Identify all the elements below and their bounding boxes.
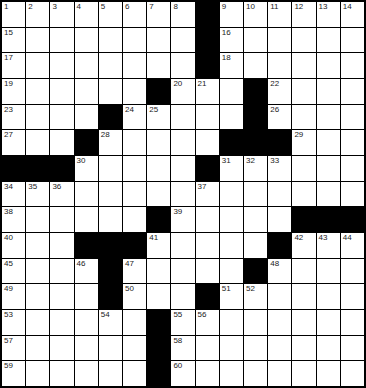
cell-r11-c9[interactable] bbox=[196, 259, 219, 284]
cell-r7-c10[interactable]: 31 bbox=[220, 156, 243, 181]
block-cell-r2-c9 bbox=[196, 28, 219, 53]
cell-r4-c9[interactable]: 21 bbox=[196, 79, 219, 104]
clue-number-35: 35 bbox=[28, 182, 37, 192]
clue-number-56: 56 bbox=[198, 310, 207, 320]
cell-r10-c13[interactable]: 42 bbox=[292, 233, 315, 258]
clue-number-51: 51 bbox=[222, 284, 231, 294]
clue-number-29: 29 bbox=[294, 130, 303, 140]
cell-r3-c15[interactable] bbox=[341, 53, 364, 78]
cell-r15-c4[interactable] bbox=[75, 361, 98, 386]
cell-r7-c8[interactable] bbox=[171, 156, 194, 181]
cell-r13-c3[interactable] bbox=[50, 310, 73, 335]
cell-r5-c4[interactable] bbox=[75, 105, 98, 130]
cell-r1-c13[interactable]: 12 bbox=[292, 2, 315, 27]
cell-r3-c4[interactable] bbox=[75, 53, 98, 78]
clue-number-45: 45 bbox=[4, 259, 13, 269]
cell-r15-c3[interactable] bbox=[50, 361, 73, 386]
block-cell-r12-c5 bbox=[99, 284, 122, 309]
cell-r14-c15[interactable] bbox=[341, 336, 364, 361]
clue-number-1: 1 bbox=[4, 2, 8, 12]
cell-r5-c1[interactable]: 23 bbox=[2, 105, 25, 130]
cell-r15-c14[interactable] bbox=[317, 361, 340, 386]
clue-number-5: 5 bbox=[101, 2, 105, 12]
cell-r9-c8[interactable]: 39 bbox=[171, 207, 194, 232]
block-cell-r9-c13 bbox=[292, 207, 315, 232]
cell-r6-c15[interactable] bbox=[341, 130, 364, 155]
cell-r3-c5[interactable] bbox=[99, 53, 122, 78]
cell-r2-c4[interactable] bbox=[75, 28, 98, 53]
cell-r9-c3[interactable] bbox=[50, 207, 73, 232]
cell-r3-c13[interactable] bbox=[292, 53, 315, 78]
cell-r3-c12[interactable] bbox=[268, 53, 291, 78]
cell-r14-c6[interactable] bbox=[123, 336, 146, 361]
block-cell-r10-c5 bbox=[99, 233, 122, 258]
block-cell-r6-c4 bbox=[75, 130, 98, 155]
cell-r5-c6[interactable]: 24 bbox=[123, 105, 146, 130]
cell-r7-c7[interactable] bbox=[147, 156, 170, 181]
cell-r13-c1[interactable]: 53 bbox=[2, 310, 25, 335]
block-cell-r14-c7 bbox=[147, 336, 170, 361]
cell-r2-c3[interactable] bbox=[50, 28, 73, 53]
cell-r8-c15[interactable] bbox=[341, 182, 364, 207]
cell-r4-c10[interactable] bbox=[220, 79, 243, 104]
cell-r11-c14[interactable] bbox=[317, 259, 340, 284]
cell-r14-c14[interactable] bbox=[317, 336, 340, 361]
cell-r13-c5[interactable]: 54 bbox=[99, 310, 122, 335]
cell-r5-c3[interactable] bbox=[50, 105, 73, 130]
block-cell-r1-c9 bbox=[196, 2, 219, 27]
cell-r8-c9[interactable]: 37 bbox=[196, 182, 219, 207]
cell-r15-c6[interactable] bbox=[123, 361, 146, 386]
clue-number-42: 42 bbox=[294, 233, 303, 243]
cell-r8-c14[interactable] bbox=[317, 182, 340, 207]
cell-r7-c4[interactable]: 30 bbox=[75, 156, 98, 181]
cell-r14-c5[interactable] bbox=[99, 336, 122, 361]
cell-r8-c6[interactable] bbox=[123, 182, 146, 207]
cell-r15-c2[interactable] bbox=[26, 361, 49, 386]
cell-r10-c7[interactable]: 41 bbox=[147, 233, 170, 258]
cell-r2-c12[interactable] bbox=[268, 28, 291, 53]
cell-r2-c10[interactable]: 16 bbox=[220, 28, 243, 53]
cell-r3-c3[interactable] bbox=[50, 53, 73, 78]
clue-number-17: 17 bbox=[4, 53, 13, 63]
cell-r13-c8[interactable]: 55 bbox=[171, 310, 194, 335]
cell-r14-c11[interactable] bbox=[244, 336, 267, 361]
clue-number-18: 18 bbox=[222, 53, 231, 63]
cell-r13-c6[interactable] bbox=[123, 310, 146, 335]
cell-r13-c12[interactable] bbox=[268, 310, 291, 335]
cell-r11-c8[interactable] bbox=[171, 259, 194, 284]
cell-r15-c11[interactable] bbox=[244, 361, 267, 386]
clue-number-53: 53 bbox=[4, 310, 13, 320]
cell-r4-c1[interactable]: 19 bbox=[2, 79, 25, 104]
block-cell-r7-c1 bbox=[2, 156, 25, 181]
clue-number-14: 14 bbox=[343, 2, 352, 12]
block-cell-r7-c2 bbox=[26, 156, 49, 181]
cell-r15-c5[interactable] bbox=[99, 361, 122, 386]
cell-r6-c7[interactable] bbox=[147, 130, 170, 155]
cell-r14-c4[interactable] bbox=[75, 336, 98, 361]
cell-r6-c14[interactable] bbox=[317, 130, 340, 155]
cell-r12-c10[interactable]: 51 bbox=[220, 284, 243, 309]
cell-r8-c1[interactable]: 34 bbox=[2, 182, 25, 207]
block-cell-r10-c12 bbox=[268, 233, 291, 258]
cell-r15-c12[interactable] bbox=[268, 361, 291, 386]
cell-r14-c10[interactable] bbox=[220, 336, 243, 361]
clue-number-60: 60 bbox=[173, 361, 182, 371]
cell-r7-c6[interactable] bbox=[123, 156, 146, 181]
cell-r8-c3[interactable]: 36 bbox=[50, 182, 73, 207]
block-cell-r4-c7 bbox=[147, 79, 170, 104]
cell-r10-c15[interactable]: 44 bbox=[341, 233, 364, 258]
clue-number-4: 4 bbox=[77, 2, 81, 12]
cell-r1-c5[interactable]: 5 bbox=[99, 2, 122, 27]
block-cell-r6-c12 bbox=[268, 130, 291, 155]
cell-r1-c1[interactable]: 1 bbox=[2, 2, 25, 27]
cell-r11-c10[interactable] bbox=[220, 259, 243, 284]
cell-r5-c13[interactable] bbox=[292, 105, 315, 130]
cell-r2-c1[interactable]: 15 bbox=[2, 28, 25, 53]
cell-r3-c8[interactable] bbox=[171, 53, 194, 78]
cell-r5-c7[interactable]: 25 bbox=[147, 105, 170, 130]
cell-r8-c7[interactable] bbox=[147, 182, 170, 207]
clue-number-41: 41 bbox=[149, 233, 158, 243]
cell-r10-c8[interactable] bbox=[171, 233, 194, 258]
cell-r15-c15[interactable] bbox=[341, 361, 364, 386]
cell-r8-c11[interactable] bbox=[244, 182, 267, 207]
cell-r15-c1[interactable]: 59 bbox=[2, 361, 25, 386]
cell-r4-c5[interactable] bbox=[99, 79, 122, 104]
cell-r1-c3[interactable]: 3 bbox=[50, 2, 73, 27]
cell-r15-c8[interactable]: 60 bbox=[171, 361, 194, 386]
cell-r8-c2[interactable]: 35 bbox=[26, 182, 49, 207]
block-cell-r5-c11 bbox=[244, 105, 267, 130]
cell-r1-c12[interactable]: 11 bbox=[268, 2, 291, 27]
cell-r10-c14[interactable]: 43 bbox=[317, 233, 340, 258]
clue-number-28: 28 bbox=[101, 130, 110, 140]
cell-r12-c15[interactable] bbox=[341, 284, 364, 309]
cell-r13-c9[interactable]: 56 bbox=[196, 310, 219, 335]
clue-number-21: 21 bbox=[198, 79, 207, 89]
cell-r6-c3[interactable] bbox=[50, 130, 73, 155]
cell-r14-c3[interactable] bbox=[50, 336, 73, 361]
cell-r4-c13[interactable] bbox=[292, 79, 315, 104]
cell-r3-c7[interactable] bbox=[147, 53, 170, 78]
cell-r13-c14[interactable] bbox=[317, 310, 340, 335]
cell-r3-c6[interactable] bbox=[123, 53, 146, 78]
cell-r11-c12[interactable]: 48 bbox=[268, 259, 291, 284]
cell-r11-c6[interactable]: 47 bbox=[123, 259, 146, 284]
cell-r9-c12[interactable] bbox=[268, 207, 291, 232]
cell-r11-c4[interactable]: 46 bbox=[75, 259, 98, 284]
cell-r1-c4[interactable]: 4 bbox=[75, 2, 98, 27]
block-cell-r13-c7 bbox=[147, 310, 170, 335]
cell-r10-c1[interactable]: 40 bbox=[2, 233, 25, 258]
cell-r5-c2[interactable] bbox=[26, 105, 49, 130]
clue-number-16: 16 bbox=[222, 28, 231, 38]
cell-r14-c8[interactable]: 58 bbox=[171, 336, 194, 361]
clue-number-55: 55 bbox=[173, 310, 182, 320]
cell-r12-c11[interactable]: 52 bbox=[244, 284, 267, 309]
clue-number-36: 36 bbox=[52, 182, 61, 192]
cell-r10-c9[interactable] bbox=[196, 233, 219, 258]
cell-r4-c6[interactable] bbox=[123, 79, 146, 104]
clue-number-59: 59 bbox=[4, 361, 13, 371]
cell-r3-c11[interactable] bbox=[244, 53, 267, 78]
cell-r13-c4[interactable] bbox=[75, 310, 98, 335]
clue-number-54: 54 bbox=[101, 310, 110, 320]
cell-r2-c6[interactable] bbox=[123, 28, 146, 53]
cell-r2-c11[interactable] bbox=[244, 28, 267, 53]
clue-number-43: 43 bbox=[319, 233, 328, 243]
clue-number-48: 48 bbox=[270, 259, 279, 269]
cell-r3-c14[interactable] bbox=[317, 53, 340, 78]
cell-r9-c4[interactable] bbox=[75, 207, 98, 232]
cell-r14-c13[interactable] bbox=[292, 336, 315, 361]
cell-r8-c10[interactable] bbox=[220, 182, 243, 207]
block-cell-r11-c11 bbox=[244, 259, 267, 284]
cell-r1-c11[interactable]: 10 bbox=[244, 2, 267, 27]
cell-r6-c9[interactable] bbox=[196, 130, 219, 155]
cell-r9-c10[interactable] bbox=[220, 207, 243, 232]
cell-r6-c5[interactable]: 28 bbox=[99, 130, 122, 155]
cell-r10-c11[interactable] bbox=[244, 233, 267, 258]
cell-r9-c6[interactable] bbox=[123, 207, 146, 232]
cell-r1-c15[interactable]: 14 bbox=[341, 2, 364, 27]
cell-r12-c4[interactable] bbox=[75, 284, 98, 309]
clue-number-46: 46 bbox=[77, 259, 86, 269]
cell-r11-c1[interactable]: 45 bbox=[2, 259, 25, 284]
block-cell-r9-c7 bbox=[147, 207, 170, 232]
cell-r2-c13[interactable] bbox=[292, 28, 315, 53]
cell-r6-c6[interactable] bbox=[123, 130, 146, 155]
block-cell-r7-c3 bbox=[50, 156, 73, 181]
cell-r1-c8[interactable]: 8 bbox=[171, 2, 194, 27]
cell-r9-c9[interactable] bbox=[196, 207, 219, 232]
cell-r2-c14[interactable] bbox=[317, 28, 340, 53]
cell-r2-c5[interactable] bbox=[99, 28, 122, 53]
clue-number-50: 50 bbox=[125, 284, 134, 294]
block-cell-r5-c5 bbox=[99, 105, 122, 130]
cell-r10-c2[interactable] bbox=[26, 233, 49, 258]
cell-r11-c7[interactable] bbox=[147, 259, 170, 284]
cell-r13-c13[interactable] bbox=[292, 310, 315, 335]
clue-number-31: 31 bbox=[222, 156, 231, 166]
cell-r12-c8[interactable] bbox=[171, 284, 194, 309]
clue-number-40: 40 bbox=[4, 233, 13, 243]
cell-r11-c13[interactable] bbox=[292, 259, 315, 284]
block-cell-r9-c14 bbox=[317, 207, 340, 232]
cell-r12-c3[interactable] bbox=[50, 284, 73, 309]
cell-r5-c10[interactable] bbox=[220, 105, 243, 130]
cell-r4-c8[interactable]: 20 bbox=[171, 79, 194, 104]
clue-number-25: 25 bbox=[149, 105, 158, 115]
cell-r6-c8[interactable] bbox=[171, 130, 194, 155]
cell-r9-c5[interactable] bbox=[99, 207, 122, 232]
cell-r9-c11[interactable] bbox=[244, 207, 267, 232]
cell-r8-c8[interactable] bbox=[171, 182, 194, 207]
cell-r7-c11[interactable]: 32 bbox=[244, 156, 267, 181]
cell-r11-c3[interactable] bbox=[50, 259, 73, 284]
cell-r14-c2[interactable] bbox=[26, 336, 49, 361]
cell-r1-c10[interactable]: 9 bbox=[220, 2, 243, 27]
clue-number-6: 6 bbox=[125, 2, 129, 12]
clue-number-2: 2 bbox=[28, 2, 32, 12]
cell-r12-c2[interactable] bbox=[26, 284, 49, 309]
cell-r4-c3[interactable] bbox=[50, 79, 73, 104]
clue-number-49: 49 bbox=[4, 284, 13, 294]
cell-r1-c2[interactable]: 2 bbox=[26, 2, 49, 27]
clue-number-52: 52 bbox=[246, 284, 255, 294]
cell-r5-c9[interactable] bbox=[196, 105, 219, 130]
cell-r12-c6[interactable]: 50 bbox=[123, 284, 146, 309]
cell-r15-c10[interactable] bbox=[220, 361, 243, 386]
cell-r8-c13[interactable] bbox=[292, 182, 315, 207]
clue-number-3: 3 bbox=[52, 2, 56, 12]
block-cell-r4-c11 bbox=[244, 79, 267, 104]
block-cell-r6-c11 bbox=[244, 130, 267, 155]
cell-r15-c13[interactable] bbox=[292, 361, 315, 386]
clue-number-44: 44 bbox=[343, 233, 352, 243]
cell-r12-c1[interactable]: 49 bbox=[2, 284, 25, 309]
cell-r12-c12[interactable] bbox=[268, 284, 291, 309]
clue-number-8: 8 bbox=[173, 2, 177, 12]
cell-r12-c13[interactable] bbox=[292, 284, 315, 309]
cell-r1-c7[interactable]: 7 bbox=[147, 2, 170, 27]
cell-r14-c9[interactable] bbox=[196, 336, 219, 361]
clue-number-7: 7 bbox=[149, 2, 153, 12]
block-cell-r3-c9 bbox=[196, 53, 219, 78]
block-cell-r11-c5 bbox=[99, 259, 122, 284]
cell-r3-c1[interactable]: 17 bbox=[2, 53, 25, 78]
block-cell-r6-c10 bbox=[220, 130, 243, 155]
cell-r7-c12[interactable]: 33 bbox=[268, 156, 291, 181]
clue-number-37: 37 bbox=[198, 182, 207, 192]
block-cell-r15-c7 bbox=[147, 361, 170, 386]
cell-r5-c14[interactable] bbox=[317, 105, 340, 130]
cell-r9-c2[interactable] bbox=[26, 207, 49, 232]
block-cell-r10-c6 bbox=[123, 233, 146, 258]
clue-number-11: 11 bbox=[270, 2, 278, 12]
block-cell-r12-c9 bbox=[196, 284, 219, 309]
clue-number-12: 12 bbox=[294, 2, 303, 12]
cell-r3-c10[interactable]: 18 bbox=[220, 53, 243, 78]
cell-r13-c11[interactable] bbox=[244, 310, 267, 335]
clue-number-47: 47 bbox=[125, 259, 134, 269]
cell-r8-c4[interactable] bbox=[75, 182, 98, 207]
clue-number-13: 13 bbox=[319, 2, 328, 12]
block-cell-r7-c9 bbox=[196, 156, 219, 181]
cell-r6-c13[interactable]: 29 bbox=[292, 130, 315, 155]
cell-r4-c12[interactable]: 22 bbox=[268, 79, 291, 104]
block-cell-r10-c4 bbox=[75, 233, 98, 258]
clue-number-57: 57 bbox=[4, 336, 13, 346]
cell-r7-c5[interactable] bbox=[99, 156, 122, 181]
cell-r5-c8[interactable] bbox=[171, 105, 194, 130]
cell-r6-c1[interactable]: 27 bbox=[2, 130, 25, 155]
cell-r12-c14[interactable] bbox=[317, 284, 340, 309]
cell-r7-c14[interactable] bbox=[317, 156, 340, 181]
cell-r4-c2[interactable] bbox=[26, 79, 49, 104]
cell-r1-c6[interactable]: 6 bbox=[123, 2, 146, 27]
clue-number-9: 9 bbox=[222, 2, 226, 12]
clue-number-26: 26 bbox=[270, 105, 279, 115]
cell-r5-c12[interactable]: 26 bbox=[268, 105, 291, 130]
block-cell-r9-c15 bbox=[341, 207, 364, 232]
cell-r13-c15[interactable] bbox=[341, 310, 364, 335]
clue-number-30: 30 bbox=[77, 156, 86, 166]
cell-r12-c7[interactable] bbox=[147, 284, 170, 309]
cell-r11-c2[interactable] bbox=[26, 259, 49, 284]
cell-r7-c13[interactable] bbox=[292, 156, 315, 181]
cell-r4-c15[interactable] bbox=[341, 79, 364, 104]
clue-number-58: 58 bbox=[173, 336, 182, 346]
clue-number-19: 19 bbox=[4, 79, 13, 89]
clue-number-22: 22 bbox=[270, 79, 279, 89]
cell-r2-c15[interactable] bbox=[341, 28, 364, 53]
cell-r4-c4[interactable] bbox=[75, 79, 98, 104]
cell-r9-c1[interactable]: 38 bbox=[2, 207, 25, 232]
cell-r11-c15[interactable] bbox=[341, 259, 364, 284]
clue-number-24: 24 bbox=[125, 105, 134, 115]
cell-r8-c5[interactable] bbox=[99, 182, 122, 207]
cell-r5-c15[interactable] bbox=[341, 105, 364, 130]
crossword-board: 1234567891011121314151617181920212223242… bbox=[0, 0, 366, 388]
cell-r2-c2[interactable] bbox=[26, 28, 49, 53]
clue-number-39: 39 bbox=[173, 207, 182, 217]
cell-r7-c15[interactable] bbox=[341, 156, 364, 181]
clue-number-33: 33 bbox=[270, 156, 279, 166]
cell-r8-c12[interactable] bbox=[268, 182, 291, 207]
cell-r14-c1[interactable]: 57 bbox=[2, 336, 25, 361]
cell-r10-c10[interactable] bbox=[220, 233, 243, 258]
clue-number-32: 32 bbox=[246, 156, 255, 166]
cell-r13-c2[interactable] bbox=[26, 310, 49, 335]
cell-r2-c8[interactable] bbox=[171, 28, 194, 53]
clue-number-15: 15 bbox=[4, 28, 13, 38]
cell-r13-c10[interactable] bbox=[220, 310, 243, 335]
clue-number-38: 38 bbox=[4, 207, 13, 217]
cell-r3-c2[interactable] bbox=[26, 53, 49, 78]
clue-number-20: 20 bbox=[173, 79, 182, 89]
clue-number-10: 10 bbox=[246, 2, 255, 12]
clue-number-23: 23 bbox=[4, 105, 13, 115]
cell-r1-c14[interactable]: 13 bbox=[317, 2, 340, 27]
cell-r2-c7[interactable] bbox=[147, 28, 170, 53]
cell-r15-c9[interactable] bbox=[196, 361, 219, 386]
cell-r10-c3[interactable] bbox=[50, 233, 73, 258]
cell-r4-c14[interactable] bbox=[317, 79, 340, 104]
cell-r14-c12[interactable] bbox=[268, 336, 291, 361]
clue-number-34: 34 bbox=[4, 182, 13, 192]
clue-number-27: 27 bbox=[4, 130, 13, 140]
cell-r6-c2[interactable] bbox=[26, 130, 49, 155]
